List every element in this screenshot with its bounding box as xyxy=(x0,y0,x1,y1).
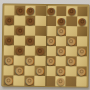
square-r0c4: ● xyxy=(46,6,57,16)
light-piece: ● xyxy=(56,66,65,76)
square-r2c0 xyxy=(4,25,15,35)
square-r1c6 xyxy=(67,16,78,26)
square-r6c3: ● xyxy=(35,66,46,76)
checkers-board: ●●●●●●●●●●●●●●●●●●●●●●●●●●●●● xyxy=(1,3,89,87)
light-piece: ● xyxy=(46,36,55,46)
dark-piece: ● xyxy=(36,46,45,56)
dark-piece: ● xyxy=(15,46,24,56)
square-r6c1: ● xyxy=(14,66,25,76)
square-r4c6 xyxy=(66,46,77,56)
square-r4c0 xyxy=(4,45,15,55)
square-r5c3 xyxy=(35,56,46,66)
square-r5c4: ● xyxy=(45,56,56,66)
square-r2c5: ● xyxy=(56,26,67,36)
square-r1c7: ● xyxy=(77,16,88,26)
square-r5c6: ● xyxy=(66,56,77,66)
square-r3c3 xyxy=(35,36,46,46)
light-piece: ● xyxy=(57,46,66,56)
square-r1c2: ● xyxy=(25,16,36,26)
dark-piece: ● xyxy=(5,15,14,25)
square-r5c0: ● xyxy=(4,55,15,65)
square-r7c4 xyxy=(45,76,56,86)
square-r7c2: ● xyxy=(24,76,35,86)
dark-piece: ● xyxy=(67,6,76,16)
square-r2c2 xyxy=(25,26,36,36)
square-r0c7 xyxy=(77,6,88,16)
square-r5c7 xyxy=(76,56,87,66)
square-r6c0 xyxy=(4,65,15,75)
square-r5c5 xyxy=(56,56,67,66)
light-piece: ● xyxy=(57,26,66,36)
square-r3c0: ● xyxy=(4,35,15,45)
light-piece: ● xyxy=(36,66,45,76)
light-piece: ● xyxy=(25,76,34,86)
square-r1c3 xyxy=(35,16,46,26)
square-r4c2 xyxy=(25,46,36,56)
square-r2c6 xyxy=(66,26,77,36)
light-piece: ● xyxy=(15,66,24,76)
square-r6c7: ● xyxy=(76,66,87,76)
square-r2c4 xyxy=(46,26,57,36)
square-r3c6: ● xyxy=(66,36,77,46)
square-r3c4: ● xyxy=(45,36,56,46)
light-piece: ● xyxy=(67,56,76,66)
square-r4c3: ● xyxy=(35,46,46,56)
square-r1c1 xyxy=(15,16,26,26)
square-r6c6 xyxy=(66,66,77,76)
dark-piece: ● xyxy=(57,16,66,26)
dark-piece: ● xyxy=(47,6,56,16)
light-piece: ● xyxy=(25,56,34,66)
square-r6c2 xyxy=(24,66,35,76)
dark-piece: ● xyxy=(26,36,35,46)
light-piece: ● xyxy=(56,76,65,86)
dark-piece: ● xyxy=(78,16,87,26)
dark-piece: ● xyxy=(5,35,14,45)
light-piece: ● xyxy=(46,56,55,66)
square-r7c5: ● xyxy=(55,76,66,86)
square-r0c5 xyxy=(56,6,67,16)
square-r7c0: ● xyxy=(3,75,14,85)
light-piece: ● xyxy=(5,55,14,65)
square-r7c6 xyxy=(66,76,77,86)
dark-piece: ● xyxy=(26,16,35,26)
square-r2c3 xyxy=(35,26,46,36)
dark-piece: ● xyxy=(16,6,25,16)
square-r4c5: ● xyxy=(56,46,67,56)
square-r6c5: ● xyxy=(55,66,66,76)
square-r7c1 xyxy=(14,76,25,86)
square-r0c0 xyxy=(4,5,15,15)
square-r3c7 xyxy=(77,36,88,46)
square-r5c2: ● xyxy=(24,56,35,66)
photo-backdrop: ●●●●●●●●●●●●●●●●●●●●●●●●●●●●● xyxy=(0,0,90,90)
square-r4c7: ● xyxy=(76,46,87,56)
square-r1c0: ● xyxy=(4,15,15,25)
light-piece: ● xyxy=(77,66,86,76)
square-r0c6: ● xyxy=(67,6,78,16)
light-piece: ● xyxy=(4,75,13,85)
light-piece: ● xyxy=(67,36,76,46)
square-r4c4 xyxy=(45,46,56,56)
square-r7c7 xyxy=(76,76,87,86)
square-r0c2: ● xyxy=(25,6,36,16)
light-piece: ● xyxy=(77,46,86,56)
square-r6c4 xyxy=(45,66,56,76)
square-r4c1: ● xyxy=(14,46,25,56)
square-r3c2: ● xyxy=(25,36,36,46)
square-r2c7 xyxy=(77,26,88,36)
square-r0c1: ● xyxy=(15,6,26,16)
square-r5c1 xyxy=(14,56,25,66)
dark-piece: ● xyxy=(26,6,35,16)
square-r2c1: ● xyxy=(15,26,26,36)
square-r1c5: ● xyxy=(56,16,67,26)
square-r3c1 xyxy=(14,36,25,46)
square-r0c3 xyxy=(36,6,47,16)
square-r1c4 xyxy=(46,16,57,26)
dark-piece: ● xyxy=(15,26,24,36)
square-r3c5 xyxy=(56,36,67,46)
square-r7c3 xyxy=(35,76,46,86)
